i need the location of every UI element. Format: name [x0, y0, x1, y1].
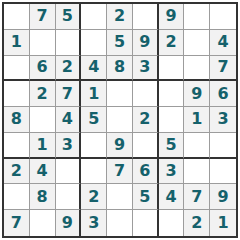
cell-r6c3[interactable]: 3: [56, 133, 82, 159]
cell-r6c5[interactable]: 9: [107, 133, 133, 159]
cell-r9c2[interactable]: [30, 210, 56, 236]
cell-r3c5[interactable]: 8: [107, 56, 133, 82]
cell-r5c7[interactable]: [159, 107, 185, 133]
cell-r7c6[interactable]: 6: [133, 159, 159, 185]
cell-r4c6[interactable]: [133, 81, 159, 107]
cell-r2c5[interactable]: 5: [107, 30, 133, 56]
cell-r5c3[interactable]: 4: [56, 107, 82, 133]
cell-r7c1[interactable]: 2: [4, 159, 30, 185]
cell-r9c1[interactable]: 7: [4, 210, 30, 236]
cell-r2c8[interactable]: [184, 30, 210, 56]
cell-r2c9[interactable]: 4: [210, 30, 236, 56]
cell-r8c4[interactable]: 2: [81, 184, 107, 210]
cell-r5c5[interactable]: [107, 107, 133, 133]
cell-r5c6[interactable]: 2: [133, 107, 159, 133]
cell-r9c9[interactable]: 1: [210, 210, 236, 236]
cell-r1c1[interactable]: [4, 4, 30, 30]
cell-r6c8[interactable]: [184, 133, 210, 159]
cell-r3c8[interactable]: [184, 56, 210, 82]
sudoku-page: 7529159246248372719684521313952476382547…: [0, 0, 240, 240]
cell-r3c9[interactable]: 7: [210, 56, 236, 82]
cell-r2c1[interactable]: 1: [4, 30, 30, 56]
cell-r2c3[interactable]: [56, 30, 82, 56]
cell-r8c1[interactable]: [4, 184, 30, 210]
cell-r4c5[interactable]: [107, 81, 133, 107]
cell-r7c8[interactable]: [184, 159, 210, 185]
cell-r2c4[interactable]: [81, 30, 107, 56]
cell-r8c3[interactable]: [56, 184, 82, 210]
cell-r7c2[interactable]: 4: [30, 159, 56, 185]
cell-r1c4[interactable]: [81, 4, 107, 30]
cell-r4c7[interactable]: [159, 81, 185, 107]
cell-r2c2[interactable]: [30, 30, 56, 56]
sudoku-board: 7529159246248372719684521313952476382547…: [2, 2, 238, 238]
cell-r8c2[interactable]: 8: [30, 184, 56, 210]
cell-r8c5[interactable]: [107, 184, 133, 210]
cell-r3c2[interactable]: 6: [30, 56, 56, 82]
cell-r6c9[interactable]: [210, 133, 236, 159]
cell-r1c7[interactable]: 9: [159, 4, 185, 30]
cell-r8c7[interactable]: 4: [159, 184, 185, 210]
cell-r9c3[interactable]: 9: [56, 210, 82, 236]
cell-r3c7[interactable]: [159, 56, 185, 82]
cell-r8c8[interactable]: 7: [184, 184, 210, 210]
cell-r8c9[interactable]: 9: [210, 184, 236, 210]
cell-r2c6[interactable]: 9: [133, 30, 159, 56]
cell-r3c6[interactable]: 3: [133, 56, 159, 82]
cell-r9c6[interactable]: [133, 210, 159, 236]
cell-r5c9[interactable]: 3: [210, 107, 236, 133]
cell-r6c2[interactable]: 1: [30, 133, 56, 159]
cell-r7c9[interactable]: [210, 159, 236, 185]
cell-r3c3[interactable]: 2: [56, 56, 82, 82]
cell-r5c4[interactable]: 5: [81, 107, 107, 133]
cell-r5c1[interactable]: 8: [4, 107, 30, 133]
cell-r4c3[interactable]: 7: [56, 81, 82, 107]
cell-r9c5[interactable]: [107, 210, 133, 236]
cell-r1c5[interactable]: 2: [107, 4, 133, 30]
cell-r1c8[interactable]: [184, 4, 210, 30]
cell-r5c8[interactable]: 1: [184, 107, 210, 133]
cell-r2c7[interactable]: 2: [159, 30, 185, 56]
cell-r9c8[interactable]: 2: [184, 210, 210, 236]
cell-r4c9[interactable]: 6: [210, 81, 236, 107]
cell-r7c3[interactable]: [56, 159, 82, 185]
cell-r7c5[interactable]: 7: [107, 159, 133, 185]
cell-r9c7[interactable]: [159, 210, 185, 236]
cell-r3c4[interactable]: 4: [81, 56, 107, 82]
cell-r6c6[interactable]: [133, 133, 159, 159]
cell-r1c2[interactable]: 7: [30, 4, 56, 30]
cell-r6c1[interactable]: [4, 133, 30, 159]
cell-r4c8[interactable]: 9: [184, 81, 210, 107]
cell-r1c9[interactable]: [210, 4, 236, 30]
cell-r4c1[interactable]: [4, 81, 30, 107]
cell-r7c4[interactable]: [81, 159, 107, 185]
cell-r9c4[interactable]: 3: [81, 210, 107, 236]
cell-r6c7[interactable]: 5: [159, 133, 185, 159]
cell-r5c2[interactable]: [30, 107, 56, 133]
cell-r1c6[interactable]: [133, 4, 159, 30]
cell-r4c4[interactable]: 1: [81, 81, 107, 107]
cell-r7c7[interactable]: 3: [159, 159, 185, 185]
cell-r4c2[interactable]: 2: [30, 81, 56, 107]
cell-r8c6[interactable]: 5: [133, 184, 159, 210]
cell-r1c3[interactable]: 5: [56, 4, 82, 30]
cell-r6c4[interactable]: [81, 133, 107, 159]
cell-r3c1[interactable]: [4, 56, 30, 82]
